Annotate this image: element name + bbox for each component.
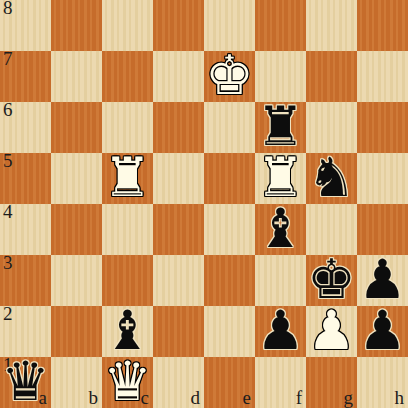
square-f1[interactable]: f	[255, 357, 306, 408]
square-g1[interactable]: g	[306, 357, 357, 408]
square-b4[interactable]	[51, 204, 102, 255]
rank-label-7: 7	[3, 49, 13, 70]
piece-black-rook-f6[interactable]: ♜	[256, 101, 304, 152]
square-b6[interactable]	[51, 102, 102, 153]
square-e3[interactable]	[204, 255, 255, 306]
square-d1[interactable]: d	[153, 357, 204, 408]
square-f8[interactable]	[255, 0, 306, 51]
square-c5[interactable]: ♜	[102, 153, 153, 204]
rank-label-5: 5	[3, 151, 13, 172]
square-c8[interactable]	[102, 0, 153, 51]
square-a6[interactable]: 6	[0, 102, 51, 153]
square-e1[interactable]: e	[204, 357, 255, 408]
rank-label-2: 2	[3, 304, 13, 325]
square-h7[interactable]	[357, 51, 408, 102]
square-d2[interactable]	[153, 306, 204, 357]
file-label-d: d	[191, 388, 201, 408]
square-d4[interactable]	[153, 204, 204, 255]
square-e4[interactable]	[204, 204, 255, 255]
square-a3[interactable]: 3	[0, 255, 51, 306]
square-b3[interactable]	[51, 255, 102, 306]
square-g2[interactable]: ♟	[306, 306, 357, 357]
square-c1[interactable]: c♛	[102, 357, 153, 408]
square-d6[interactable]	[153, 102, 204, 153]
square-e6[interactable]	[204, 102, 255, 153]
square-h6[interactable]	[357, 102, 408, 153]
square-d7[interactable]	[153, 51, 204, 102]
piece-black-pawn-h2[interactable]: ♟	[358, 305, 406, 356]
rank-label-6: 6	[3, 100, 13, 121]
square-e2[interactable]	[204, 306, 255, 357]
square-e7[interactable]: ♚	[204, 51, 255, 102]
piece-white-rook-c5[interactable]: ♜	[103, 152, 151, 203]
square-f2[interactable]: ♟	[255, 306, 306, 357]
piece-white-rook-f5[interactable]: ♜	[256, 152, 304, 203]
square-d3[interactable]	[153, 255, 204, 306]
square-e5[interactable]	[204, 153, 255, 204]
square-g7[interactable]	[306, 51, 357, 102]
square-h1[interactable]: h	[357, 357, 408, 408]
square-g8[interactable]	[306, 0, 357, 51]
square-f4[interactable]: ♝	[255, 204, 306, 255]
square-a1[interactable]: 1a♛	[0, 357, 51, 408]
piece-white-pawn-g2[interactable]: ♟	[307, 305, 355, 356]
piece-black-bishop-c2[interactable]: ♝	[103, 305, 151, 356]
rank-label-8: 8	[3, 0, 13, 19]
chess-board: 87♚6♜5♜♜♞4♝3♚♟2♝♟♟♟1a♛bc♛defgh	[0, 0, 408, 408]
square-d5[interactable]	[153, 153, 204, 204]
square-c7[interactable]	[102, 51, 153, 102]
square-a8[interactable]: 8	[0, 0, 51, 51]
square-h8[interactable]	[357, 0, 408, 51]
square-a7[interactable]: 7	[0, 51, 51, 102]
square-a4[interactable]: 4	[0, 204, 51, 255]
square-b1[interactable]: b	[51, 357, 102, 408]
piece-black-pawn-f2[interactable]: ♟	[256, 305, 304, 356]
file-label-f: f	[296, 388, 302, 408]
square-a5[interactable]: 5	[0, 153, 51, 204]
square-b7[interactable]	[51, 51, 102, 102]
file-label-e: e	[243, 388, 251, 408]
file-label-h: h	[395, 388, 405, 408]
square-d8[interactable]	[153, 0, 204, 51]
square-b5[interactable]	[51, 153, 102, 204]
piece-black-king-g3[interactable]: ♚	[307, 254, 355, 305]
square-h2[interactable]: ♟	[357, 306, 408, 357]
rank-label-3: 3	[3, 253, 13, 274]
piece-black-pawn-h3[interactable]: ♟	[358, 254, 406, 305]
piece-white-queen-c1[interactable]: ♛	[103, 356, 151, 407]
piece-white-king-e7[interactable]: ♚	[205, 50, 253, 101]
file-label-g: g	[344, 388, 354, 408]
rank-label-4: 4	[3, 202, 13, 223]
square-g5[interactable]: ♞	[306, 153, 357, 204]
piece-black-knight-g5[interactable]: ♞	[307, 152, 355, 203]
square-b8[interactable]	[51, 0, 102, 51]
square-c4[interactable]	[102, 204, 153, 255]
square-h5[interactable]	[357, 153, 408, 204]
square-b2[interactable]	[51, 306, 102, 357]
piece-black-bishop-f4[interactable]: ♝	[256, 203, 304, 254]
piece-black-queen-a1[interactable]: ♛	[1, 356, 49, 407]
file-label-b: b	[89, 388, 99, 408]
